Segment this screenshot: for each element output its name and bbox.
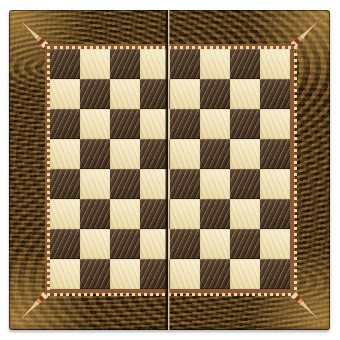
board-square-r0c7[interactable] — [260, 49, 290, 79]
board-square-r7c6[interactable] — [230, 259, 260, 289]
board-square-r0c6[interactable] — [230, 49, 260, 79]
board-square-r6c5[interactable] — [200, 229, 230, 259]
board-square-r0c4[interactable] — [170, 49, 200, 79]
board-square-r7c0[interactable] — [50, 259, 80, 289]
board-square-r4c0[interactable] — [50, 169, 80, 199]
board-square-r3c5[interactable] — [200, 139, 230, 169]
board-square-r3c2[interactable] — [110, 139, 140, 169]
board-square-r1c7[interactable] — [260, 79, 290, 109]
checkerboard-grid — [50, 49, 290, 289]
board-square-r1c4[interactable] — [170, 79, 200, 109]
board-square-r3c0[interactable] — [50, 139, 80, 169]
board-square-r1c2[interactable] — [110, 79, 140, 109]
board-square-r1c6[interactable] — [230, 79, 260, 109]
board-square-r3c7[interactable] — [260, 139, 290, 169]
board-square-r6c6[interactable] — [230, 229, 260, 259]
board-square-r2c6[interactable] — [230, 109, 260, 139]
board-square-r6c1[interactable] — [80, 229, 110, 259]
board-square-r3c4[interactable] — [170, 139, 200, 169]
board-square-r5c7[interactable] — [260, 199, 290, 229]
board-square-r0c2[interactable] — [110, 49, 140, 79]
board-square-r2c7[interactable] — [260, 109, 290, 139]
board-square-r2c2[interactable] — [110, 109, 140, 139]
board-square-r5c5[interactable] — [200, 199, 230, 229]
board-square-r6c0[interactable] — [50, 229, 80, 259]
board-square-r2c0[interactable] — [50, 109, 80, 139]
board-square-r1c5[interactable] — [200, 79, 230, 109]
board-square-r4c6[interactable] — [230, 169, 260, 199]
board-square-r7c5[interactable] — [200, 259, 230, 289]
board-square-r2c1[interactable] — [80, 109, 110, 139]
board-square-r0c5[interactable] — [200, 49, 230, 79]
board-square-r6c7[interactable] — [260, 229, 290, 259]
board-square-r6c4[interactable] — [170, 229, 200, 259]
board-square-r4c1[interactable] — [80, 169, 110, 199]
board-square-r4c5[interactable] — [200, 169, 230, 199]
board-square-r6c2[interactable] — [110, 229, 140, 259]
board-square-r5c4[interactable] — [170, 199, 200, 229]
board-square-r2c5[interactable] — [200, 109, 230, 139]
board-square-r3c6[interactable] — [230, 139, 260, 169]
board-square-r4c7[interactable] — [260, 169, 290, 199]
board-square-r1c0[interactable] — [50, 79, 80, 109]
board-square-r4c4[interactable] — [170, 169, 200, 199]
board-square-r7c2[interactable] — [110, 259, 140, 289]
board-square-r7c7[interactable] — [260, 259, 290, 289]
board-square-r2c4[interactable] — [170, 109, 200, 139]
photo-background — [0, 0, 340, 340]
board-square-r1c1[interactable] — [80, 79, 110, 109]
board-square-r7c1[interactable] — [80, 259, 110, 289]
board-square-r7c4[interactable] — [170, 259, 200, 289]
board-square-r5c0[interactable] — [50, 199, 80, 229]
folding-chessboard — [9, 10, 330, 330]
board-square-r4c2[interactable] — [110, 169, 140, 199]
board-square-r0c1[interactable] — [80, 49, 110, 79]
board-square-r5c6[interactable] — [230, 199, 260, 229]
hinge-fold-line — [165, 10, 170, 330]
board-square-r3c1[interactable] — [80, 139, 110, 169]
board-square-r5c2[interactable] — [110, 199, 140, 229]
board-square-r5c1[interactable] — [80, 199, 110, 229]
board-square-r0c0[interactable] — [50, 49, 80, 79]
